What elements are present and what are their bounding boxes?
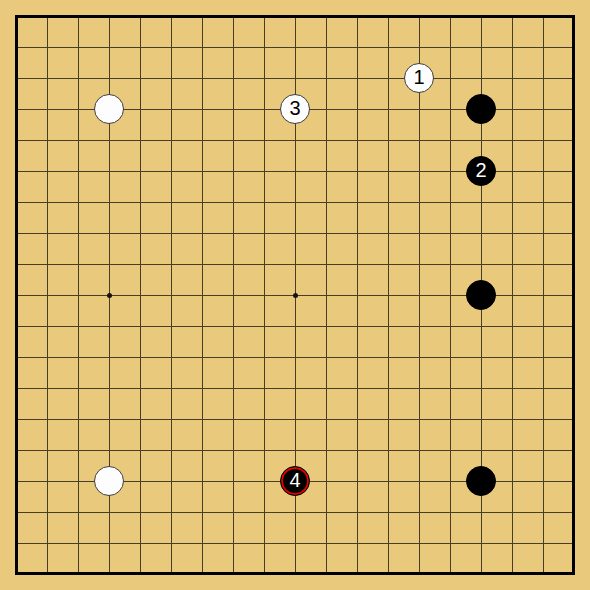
stone-white-d16[interactable] [94, 94, 124, 124]
go-board[interactable]: 3124 [0, 0, 590, 590]
move-number: 2 [475, 160, 486, 180]
stone-white-d4[interactable] [94, 466, 124, 496]
stone-black-q4[interactable] [466, 466, 496, 496]
stone-black-k4[interactable]: 4 [280, 466, 310, 496]
move-number: 4 [289, 470, 300, 490]
stone-black-q16[interactable] [466, 94, 496, 124]
move-number: 1 [413, 67, 424, 87]
star-point [107, 293, 112, 298]
stone-black-q14[interactable]: 2 [466, 156, 496, 186]
stone-black-q10[interactable] [466, 280, 496, 310]
star-point [293, 293, 298, 298]
stone-white-k16[interactable]: 3 [280, 94, 310, 124]
stone-white-o17[interactable]: 1 [404, 63, 434, 93]
move-number: 3 [289, 98, 300, 118]
